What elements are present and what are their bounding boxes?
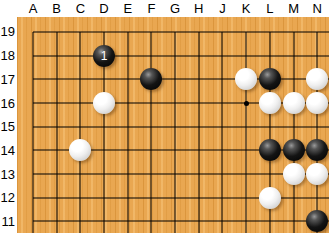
col-label-E: E <box>116 0 140 17</box>
intersection-E17[interactable] <box>116 68 140 92</box>
stone-black-N14 <box>306 139 328 161</box>
stone-black-D18: 1 <box>93 45 115 67</box>
intersection-A19[interactable] <box>21 20 45 44</box>
grid-line-vertical <box>293 44 294 68</box>
intersection-B15[interactable] <box>45 115 69 139</box>
intersection-M19[interactable] <box>282 20 306 44</box>
intersection-A18[interactable] <box>21 44 45 68</box>
intersection-L16[interactable] <box>258 91 282 115</box>
grid-line-vertical <box>151 162 152 186</box>
grid-line-vertical <box>198 210 199 233</box>
intersection-C14[interactable] <box>69 139 93 163</box>
intersection-G19[interactable] <box>163 20 187 44</box>
go-board: 1 <box>21 20 329 233</box>
grid-line-horizontal <box>33 31 45 32</box>
stone-white-K17 <box>235 68 257 90</box>
grid-line-vertical <box>269 32 270 44</box>
grid-line-vertical <box>175 44 176 68</box>
intersection-H14[interactable] <box>187 139 211 163</box>
grid-line-vertical <box>246 139 247 163</box>
grid-line-vertical <box>56 91 57 115</box>
intersection-J15[interactable] <box>211 115 235 139</box>
intersection-D18[interactable]: 1 <box>92 44 116 68</box>
grid-line-vertical <box>175 162 176 186</box>
intersection-K16[interactable] <box>234 91 258 115</box>
intersection-N11[interactable] <box>305 210 329 233</box>
intersection-N19[interactable] <box>305 20 329 44</box>
grid-line-vertical <box>317 115 318 139</box>
grid-line-vertical <box>246 44 247 68</box>
intersection-C18[interactable] <box>69 44 93 68</box>
intersection-E18[interactable] <box>116 44 140 68</box>
intersection-G11[interactable] <box>163 210 187 233</box>
grid-line-vertical <box>198 91 199 115</box>
grid-line-vertical <box>104 210 105 233</box>
grid-line-vertical <box>127 210 128 233</box>
grid-line-vertical <box>32 32 33 44</box>
grid-line-vertical <box>222 32 223 44</box>
intersection-G15[interactable] <box>163 115 187 139</box>
intersection-F14[interactable] <box>140 139 164 163</box>
grid-line-vertical <box>175 32 176 44</box>
intersection-K12[interactable] <box>234 186 258 210</box>
grid-line-vertical <box>293 68 294 92</box>
grid-line-vertical <box>32 210 33 233</box>
grid-line-vertical <box>32 115 33 139</box>
grid-line-vertical <box>151 44 152 68</box>
grid-line-vertical <box>198 139 199 163</box>
grid-line-vertical <box>222 115 223 139</box>
row-labels: 191817161514131211 <box>0 20 16 233</box>
intersection-E11[interactable] <box>116 210 140 233</box>
grid-line-vertical <box>32 186 33 210</box>
intersection-J19[interactable] <box>211 20 235 44</box>
grid-line-vertical <box>317 186 318 210</box>
intersection-J14[interactable] <box>211 139 235 163</box>
grid-line-horizontal <box>33 103 45 104</box>
grid-line-vertical <box>222 139 223 163</box>
grid-line-vertical <box>104 115 105 139</box>
grid-line-vertical <box>32 91 33 115</box>
intersection-E14[interactable] <box>116 139 140 163</box>
grid-line-vertical <box>127 32 128 44</box>
grid-line-vertical <box>56 44 57 68</box>
grid-line-vertical <box>56 139 57 163</box>
grid-line-vertical <box>80 186 81 210</box>
intersection-M16[interactable] <box>282 91 306 115</box>
stone-white-M16 <box>283 92 305 114</box>
stone-black-F17 <box>140 68 162 90</box>
grid-line-vertical <box>198 162 199 186</box>
grid-line-vertical <box>269 44 270 68</box>
intersection-A17[interactable] <box>21 68 45 92</box>
grid-line-vertical <box>198 186 199 210</box>
intersection-L18[interactable] <box>258 44 282 68</box>
intersection-M13[interactable] <box>282 162 306 186</box>
intersection-L12[interactable] <box>258 186 282 210</box>
stone-white-L16 <box>259 92 281 114</box>
grid-line-vertical <box>56 115 57 139</box>
intersection-K13[interactable] <box>234 162 258 186</box>
grid-line-vertical <box>269 162 270 186</box>
grid-line-vertical <box>56 32 57 44</box>
intersection-F16[interactable] <box>140 91 164 115</box>
intersection-F11[interactable] <box>140 210 164 233</box>
grid-line-vertical <box>175 139 176 163</box>
intersection-H15[interactable] <box>187 115 211 139</box>
col-label-A: A <box>21 0 45 17</box>
stone-white-D16 <box>93 92 115 114</box>
intersection-F19[interactable] <box>140 20 164 44</box>
stone-black-N11 <box>306 210 328 232</box>
grid-line-vertical <box>32 68 33 92</box>
grid-line-vertical <box>127 115 128 139</box>
intersection-N15[interactable] <box>305 115 329 139</box>
intersection-B16[interactable] <box>45 91 69 115</box>
column-labels: ABCDEFGHJKLMN <box>21 0 329 17</box>
grid-line-vertical <box>32 162 33 186</box>
intersection-G16[interactable] <box>163 91 187 115</box>
grid-line-vertical <box>175 115 176 139</box>
intersection-E15[interactable] <box>116 115 140 139</box>
intersection-J13[interactable] <box>211 162 235 186</box>
move-number-label: 1 <box>101 50 108 62</box>
intersection-D15[interactable] <box>92 115 116 139</box>
intersection-J12[interactable] <box>211 186 235 210</box>
grid-line-vertical <box>127 44 128 68</box>
grid-line-vertical <box>175 210 176 233</box>
grid-line-vertical <box>198 68 199 92</box>
grid-line-vertical <box>56 186 57 210</box>
intersection-M14[interactable] <box>282 139 306 163</box>
intersection-B18[interactable] <box>45 44 69 68</box>
grid-line-vertical <box>198 115 199 139</box>
intersection-L11[interactable] <box>258 210 282 233</box>
intersection-G17[interactable] <box>163 68 187 92</box>
grid-line-vertical <box>198 32 199 44</box>
intersection-H13[interactable] <box>187 162 211 186</box>
col-label-L: L <box>258 0 282 17</box>
intersection-A13[interactable] <box>21 162 45 186</box>
intersection-L17[interactable] <box>258 68 282 92</box>
grid-line-vertical <box>56 210 57 233</box>
intersection-L15[interactable] <box>258 115 282 139</box>
intersection-B17[interactable] <box>45 68 69 92</box>
intersection-D17[interactable] <box>92 68 116 92</box>
grid-line-vertical <box>80 91 81 115</box>
intersection-B19[interactable] <box>45 20 69 44</box>
grid-line-vertical <box>269 115 270 139</box>
grid-line-vertical <box>317 32 318 44</box>
col-label-B: B <box>45 0 69 17</box>
intersection-H18[interactable] <box>187 44 211 68</box>
intersection-L19[interactable] <box>258 20 282 44</box>
grid-line-vertical <box>175 68 176 92</box>
col-label-J: J <box>211 0 235 17</box>
intersection-K15[interactable] <box>234 115 258 139</box>
grid-line-vertical <box>246 115 247 139</box>
intersection-E19[interactable] <box>116 20 140 44</box>
row-label-11: 11 <box>0 210 16 233</box>
intersection-M18[interactable] <box>282 44 306 68</box>
intersection-M11[interactable] <box>282 210 306 233</box>
intersection-H12[interactable] <box>187 186 211 210</box>
intersection-B11[interactable] <box>45 210 69 233</box>
intersection-G14[interactable] <box>163 139 187 163</box>
intersection-D12[interactable] <box>92 186 116 210</box>
grid-line-vertical <box>127 186 128 210</box>
intersection-C13[interactable] <box>69 162 93 186</box>
intersection-E16[interactable] <box>116 91 140 115</box>
stone-white-N16 <box>306 92 328 114</box>
grid-line-vertical <box>198 44 199 68</box>
intersection-A15[interactable] <box>21 115 45 139</box>
grid-line-horizontal <box>33 174 45 175</box>
intersection-E12[interactable] <box>116 186 140 210</box>
grid-line-vertical <box>293 186 294 210</box>
intersection-H19[interactable] <box>187 20 211 44</box>
col-label-G: G <box>163 0 187 17</box>
stone-black-M14 <box>283 139 305 161</box>
intersection-D13[interactable] <box>92 162 116 186</box>
col-label-N: N <box>305 0 329 17</box>
intersection-F13[interactable] <box>140 162 164 186</box>
intersection-K17[interactable] <box>234 68 258 92</box>
grid-line-vertical <box>80 68 81 92</box>
intersection-A16[interactable] <box>21 91 45 115</box>
grid-line-horizontal <box>33 197 45 198</box>
intersection-F12[interactable] <box>140 186 164 210</box>
intersection-N18[interactable] <box>305 44 329 68</box>
intersection-D19[interactable] <box>92 20 116 44</box>
intersection-B14[interactable] <box>45 139 69 163</box>
grid-line-vertical <box>222 44 223 68</box>
grid-line-vertical <box>222 68 223 92</box>
intersection-A11[interactable] <box>21 210 45 233</box>
grid-line-vertical <box>175 91 176 115</box>
row-label-17: 17 <box>0 68 16 92</box>
grid-line-vertical <box>222 210 223 233</box>
stone-white-N17 <box>306 68 328 90</box>
intersection-M17[interactable] <box>282 68 306 92</box>
grid-line-vertical <box>246 162 247 186</box>
intersection-E13[interactable] <box>116 162 140 186</box>
grid-line-vertical <box>246 32 247 44</box>
intersection-J18[interactable] <box>211 44 235 68</box>
grid-line-vertical <box>127 91 128 115</box>
grid-line-vertical <box>151 32 152 44</box>
intersection-C12[interactable] <box>69 186 93 210</box>
intersection-J11[interactable] <box>211 210 235 233</box>
intersection-G18[interactable] <box>163 44 187 68</box>
intersection-L13[interactable] <box>258 162 282 186</box>
grid-line-vertical <box>56 68 57 92</box>
row-label-14: 14 <box>0 139 16 163</box>
intersection-M15[interactable] <box>282 115 306 139</box>
grid-line-vertical <box>127 68 128 92</box>
grid-line-horizontal <box>33 150 45 151</box>
col-label-K: K <box>234 0 258 17</box>
col-label-M: M <box>282 0 306 17</box>
grid-line-vertical <box>56 162 57 186</box>
stone-black-L14 <box>259 139 281 161</box>
stone-white-L12 <box>259 187 281 209</box>
intersection-K11[interactable] <box>234 210 258 233</box>
grid-line-vertical <box>127 162 128 186</box>
grid-line-vertical <box>317 44 318 68</box>
grid-line-vertical <box>151 115 152 139</box>
grid-line-vertical <box>104 139 105 163</box>
grid-line-vertical <box>104 162 105 186</box>
grid-line-vertical <box>175 186 176 210</box>
grid-line-vertical <box>293 210 294 233</box>
grid-line-vertical <box>293 115 294 139</box>
grid-line-vertical <box>80 210 81 233</box>
grid-line-vertical <box>104 68 105 92</box>
intersection-K18[interactable] <box>234 44 258 68</box>
grid-line-horizontal <box>33 221 45 222</box>
grid-line-vertical <box>222 91 223 115</box>
grid-line-vertical <box>269 210 270 233</box>
col-label-F: F <box>140 0 164 17</box>
intersection-N17[interactable] <box>305 68 329 92</box>
grid-line-vertical <box>80 32 81 44</box>
intersection-N12[interactable] <box>305 186 329 210</box>
intersection-D14[interactable] <box>92 139 116 163</box>
grid-line-vertical <box>246 210 247 233</box>
grid-line-vertical <box>151 210 152 233</box>
intersection-K14[interactable] <box>234 139 258 163</box>
grid-line-vertical <box>80 162 81 186</box>
intersection-C11[interactable] <box>69 210 93 233</box>
go-board-screenshot: ABCDEFGHJKLMN 191817161514131211 1 <box>0 0 329 233</box>
intersection-H16[interactable] <box>187 91 211 115</box>
col-label-H: H <box>187 0 211 17</box>
grid-line-vertical <box>80 44 81 68</box>
row-label-18: 18 <box>0 44 16 68</box>
intersection-K19[interactable] <box>234 20 258 44</box>
row-label-19: 19 <box>0 20 16 44</box>
grid-line-vertical <box>151 139 152 163</box>
grid-line-vertical <box>80 115 81 139</box>
star-point-K16 <box>244 101 249 106</box>
intersection-D11[interactable] <box>92 210 116 233</box>
intersection-D16[interactable] <box>92 91 116 115</box>
intersection-F18[interactable] <box>140 44 164 68</box>
row-label-13: 13 <box>0 162 16 186</box>
stone-white-C14 <box>69 139 91 161</box>
intersection-H17[interactable] <box>187 68 211 92</box>
intersection-C15[interactable] <box>69 115 93 139</box>
intersection-N13[interactable] <box>305 162 329 186</box>
intersection-C16[interactable] <box>69 91 93 115</box>
intersection-A12[interactable] <box>21 186 45 210</box>
intersection-N16[interactable] <box>305 91 329 115</box>
grid-line-horizontal <box>33 79 45 80</box>
grid-line-horizontal <box>33 126 45 127</box>
intersection-B13[interactable] <box>45 162 69 186</box>
intersection-G13[interactable] <box>163 162 187 186</box>
grid-line-vertical <box>222 186 223 210</box>
intersection-L14[interactable] <box>258 139 282 163</box>
intersection-B12[interactable] <box>45 186 69 210</box>
intersection-C19[interactable] <box>69 20 93 44</box>
grid-line-vertical <box>222 162 223 186</box>
intersection-A14[interactable] <box>21 139 45 163</box>
row-label-12: 12 <box>0 186 16 210</box>
intersection-J17[interactable] <box>211 68 235 92</box>
grid-line-vertical <box>32 139 33 163</box>
intersection-N14[interactable] <box>305 139 329 163</box>
intersection-M12[interactable] <box>282 186 306 210</box>
row-label-15: 15 <box>0 115 16 139</box>
grid-line-horizontal <box>33 55 45 56</box>
grid-line-vertical <box>293 32 294 44</box>
grid-line-vertical <box>151 186 152 210</box>
col-label-C: C <box>69 0 93 17</box>
stone-black-L17 <box>259 68 281 90</box>
grid-line-vertical <box>151 91 152 115</box>
grid-line-vertical <box>32 44 33 68</box>
intersection-J16[interactable] <box>211 91 235 115</box>
grid-line-vertical <box>104 186 105 210</box>
intersection-F17[interactable] <box>140 68 164 92</box>
stone-white-M13 <box>283 163 305 185</box>
grid-line-vertical <box>104 32 105 44</box>
col-label-D: D <box>92 0 116 17</box>
row-label-16: 16 <box>0 91 16 115</box>
stone-white-N13 <box>306 163 328 185</box>
intersection-G12[interactable] <box>163 186 187 210</box>
intersection-C17[interactable] <box>69 68 93 92</box>
intersection-H11[interactable] <box>187 210 211 233</box>
grid-line-vertical <box>127 139 128 163</box>
intersection-F15[interactable] <box>140 115 164 139</box>
grid-line-vertical <box>246 186 247 210</box>
